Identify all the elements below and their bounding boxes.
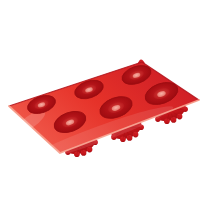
- scallop: [81, 150, 87, 156]
- scallop: [133, 132, 139, 138]
- scallop: [177, 114, 183, 120]
- product-photo: [0, 0, 214, 214]
- baking-mold-illustration: [0, 0, 214, 214]
- scallop: [120, 137, 126, 143]
- scallop: [171, 117, 177, 123]
- scallop: [164, 119, 170, 125]
- scallop: [127, 135, 133, 141]
- scallop: [87, 147, 93, 153]
- scallop: [74, 152, 80, 158]
